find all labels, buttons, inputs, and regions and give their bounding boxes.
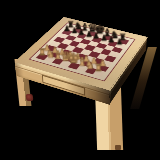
- piece-white-rook-h1[interactable]: ♜: [91, 62, 106, 73]
- piece-black-pawn-h7[interactable]: ♟: [112, 37, 126, 46]
- table-leg-front-foot: [115, 145, 121, 150]
- pieces-layer: ♜♞♝♛♚♝♞♜♟♟♟♟♟♟♟♟♟♟♟♟♟♟♟♟♜♞♝♛♚♝♞♜: [37, 26, 128, 76]
- table-leg-left-foot: [26, 94, 34, 101]
- chess-table-photo: ♜♞♝♛♚♝♞♜♟♟♟♟♟♟♟♟♟♟♟♟♟♟♟♟♜♞♝♛♚♝♞♜: [0, 0, 160, 160]
